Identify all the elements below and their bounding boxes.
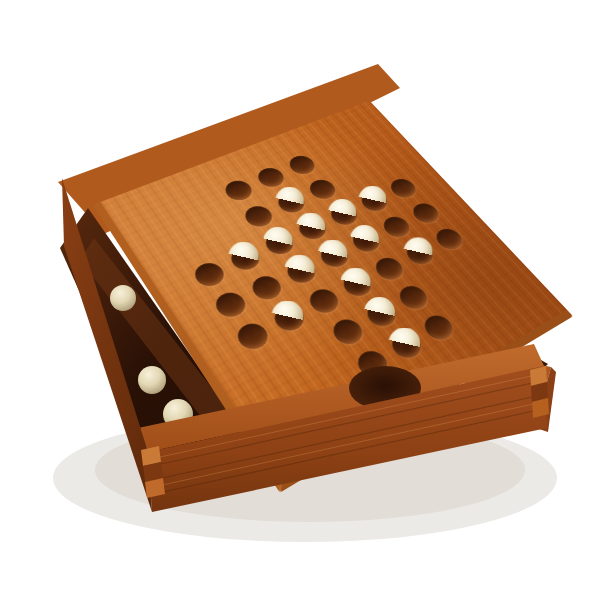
hole	[304, 285, 343, 317]
hole	[305, 177, 340, 203]
hole	[253, 165, 288, 190]
hole	[394, 282, 432, 313]
hole	[386, 176, 420, 201]
hole	[431, 225, 467, 252]
tray-marble[interactable]	[110, 285, 136, 311]
hole	[232, 319, 272, 353]
hole	[210, 288, 250, 321]
hole	[189, 259, 228, 290]
hole	[378, 213, 414, 240]
hole	[240, 203, 276, 230]
product-photo-scene	[0, 0, 600, 600]
hole	[247, 272, 286, 303]
tray-marble[interactable]	[138, 366, 166, 394]
tray-marble[interactable]	[163, 399, 193, 429]
hole	[220, 177, 256, 203]
hole	[370, 254, 407, 283]
hole	[284, 153, 318, 177]
hole	[327, 315, 367, 348]
hole	[408, 200, 443, 226]
